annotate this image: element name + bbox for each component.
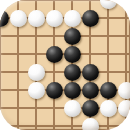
black-stone: [0, 10, 9, 27]
white-stone: [118, 82, 131, 99]
black-stone: [64, 82, 81, 99]
black-stone: [100, 82, 117, 99]
black-stone: [64, 28, 81, 45]
black-stone: [82, 10, 99, 27]
black-stone: [82, 64, 99, 81]
white-stone: [28, 82, 45, 99]
go-board: [0, 0, 130, 130]
white-stone: [82, 118, 99, 131]
white-stone: [10, 10, 27, 27]
black-stone: [82, 100, 99, 117]
black-stone: [64, 64, 81, 81]
white-stone: [64, 100, 81, 117]
white-stone: [118, 100, 131, 117]
white-stone: [28, 64, 45, 81]
black-stone: [46, 46, 63, 63]
black-stone: [46, 82, 63, 99]
white-stone: [100, 0, 117, 9]
black-stone: [82, 82, 99, 99]
black-stone: [64, 46, 81, 63]
go-app-icon[interactable]: [0, 0, 130, 130]
white-stone: [28, 10, 45, 27]
white-stone: [64, 10, 81, 27]
white-stone: [100, 100, 117, 117]
white-stone: [46, 10, 63, 27]
